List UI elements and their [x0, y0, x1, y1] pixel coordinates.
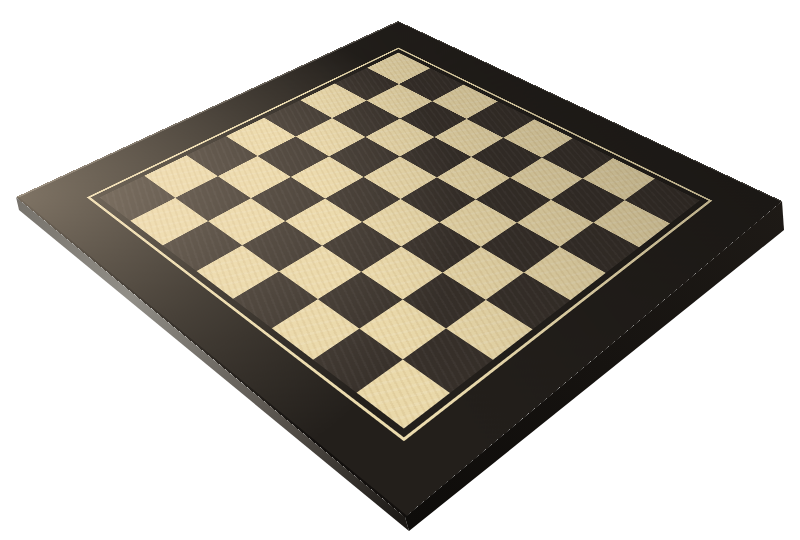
- product-photo-scene: [0, 0, 800, 540]
